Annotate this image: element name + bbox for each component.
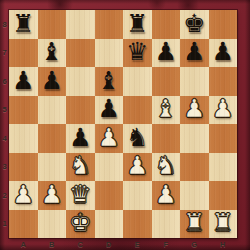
square-d7[interactable] [95, 39, 124, 68]
rank-label-6: 6 [0, 67, 9, 96]
square-a5[interactable] [9, 96, 38, 125]
square-e6[interactable] [123, 67, 152, 96]
file-label-f: F [152, 239, 181, 249]
white-pawn-h5[interactable]: ♟ [212, 96, 234, 121]
square-a1[interactable] [9, 210, 38, 239]
square-d4[interactable]: ♟ [95, 124, 124, 153]
square-a4[interactable] [9, 124, 38, 153]
black-pawn-f7[interactable]: ♟ [155, 39, 177, 64]
rank-label-8: 8 [0, 10, 9, 39]
square-g6[interactable] [180, 67, 209, 96]
white-knight-f3[interactable]: ♞ [155, 153, 177, 178]
square-h5[interactable]: ♟ [209, 96, 238, 125]
white-rook-g1[interactable]: ♜ [183, 210, 205, 235]
rank-label-7: 7 [0, 39, 9, 68]
white-pawn-a2[interactable]: ♟ [12, 182, 34, 207]
black-pawn-g7[interactable]: ♟ [183, 39, 205, 64]
square-d2[interactable] [95, 181, 124, 210]
black-bishop-b7[interactable]: ♝ [41, 39, 63, 64]
square-b1[interactable] [38, 210, 67, 239]
black-rook-a8[interactable]: ♜ [12, 11, 34, 36]
rank-label-3: 3 [0, 153, 9, 182]
square-c1[interactable]: ♚ [66, 210, 95, 239]
square-e2[interactable] [123, 181, 152, 210]
square-f8[interactable] [152, 10, 181, 39]
file-label-h: H [209, 239, 238, 249]
chessboard-photo: ♜♜♚♝♛♟♟♟♟♟♝♟♝♟♟♟♟♞♞♟♞♟♟♛♟♚♜♜ 87654321ABC… [0, 0, 250, 250]
square-g4[interactable] [180, 124, 209, 153]
black-pawn-a6[interactable]: ♟ [12, 68, 34, 93]
square-f5[interactable]: ♝ [152, 96, 181, 125]
square-b7[interactable]: ♝ [38, 39, 67, 68]
square-g2[interactable] [180, 181, 209, 210]
square-b6[interactable]: ♟ [38, 67, 67, 96]
square-c2[interactable]: ♛ [66, 181, 95, 210]
square-d6[interactable]: ♝ [95, 67, 124, 96]
square-c8[interactable] [66, 10, 95, 39]
square-e1[interactable] [123, 210, 152, 239]
black-knight-e4[interactable]: ♞ [126, 125, 148, 150]
square-g5[interactable]: ♟ [180, 96, 209, 125]
square-c4[interactable]: ♟ [66, 124, 95, 153]
white-pawn-d4[interactable]: ♟ [98, 125, 120, 150]
square-f1[interactable] [152, 210, 181, 239]
square-h7[interactable]: ♟ [209, 39, 238, 68]
file-label-b: B [38, 239, 67, 249]
square-f3[interactable]: ♞ [152, 153, 181, 182]
file-label-c: C [66, 239, 95, 249]
square-d5[interactable]: ♟ [95, 96, 124, 125]
black-bishop-d6[interactable]: ♝ [98, 68, 120, 93]
rank-label-4: 4 [0, 124, 9, 153]
rank-label-2: 2 [0, 181, 9, 210]
square-h3[interactable] [209, 153, 238, 182]
square-h4[interactable] [209, 124, 238, 153]
black-pawn-h7[interactable]: ♟ [212, 39, 234, 64]
square-c5[interactable] [66, 96, 95, 125]
square-c7[interactable] [66, 39, 95, 68]
black-rook-e8[interactable]: ♜ [126, 11, 148, 36]
square-e5[interactable] [123, 96, 152, 125]
square-b5[interactable] [38, 96, 67, 125]
square-g8[interactable]: ♚ [180, 10, 209, 39]
white-pawn-f2[interactable]: ♟ [155, 182, 177, 207]
file-label-g: G [180, 239, 209, 249]
black-pawn-c4[interactable]: ♟ [69, 125, 91, 150]
square-a3[interactable] [9, 153, 38, 182]
square-h2[interactable] [209, 181, 238, 210]
white-pawn-e3[interactable]: ♟ [126, 153, 148, 178]
square-g7[interactable]: ♟ [180, 39, 209, 68]
chess-board: ♜♜♚♝♛♟♟♟♟♟♝♟♝♟♟♟♟♞♞♟♞♟♟♛♟♚♜♜ [9, 10, 237, 238]
square-h6[interactable] [209, 67, 238, 96]
square-h1[interactable]: ♜ [209, 210, 238, 239]
black-king-g8[interactable]: ♚ [183, 11, 205, 36]
square-f7[interactable]: ♟ [152, 39, 181, 68]
square-c3[interactable]: ♞ [66, 153, 95, 182]
black-pawn-b6[interactable]: ♟ [41, 68, 63, 93]
file-label-e: E [123, 239, 152, 249]
square-f4[interactable] [152, 124, 181, 153]
square-a7[interactable] [9, 39, 38, 68]
square-d3[interactable] [95, 153, 124, 182]
square-b3[interactable] [38, 153, 67, 182]
rank-label-5: 5 [0, 96, 9, 125]
square-a8[interactable]: ♜ [9, 10, 38, 39]
square-a6[interactable]: ♟ [9, 67, 38, 96]
white-bishop-f5[interactable]: ♝ [155, 96, 177, 121]
square-c6[interactable] [66, 67, 95, 96]
square-f2[interactable]: ♟ [152, 181, 181, 210]
square-b2[interactable]: ♟ [38, 181, 67, 210]
square-d8[interactable] [95, 10, 124, 39]
file-label-d: D [95, 239, 124, 249]
square-e7[interactable]: ♛ [123, 39, 152, 68]
rank-label-1: 1 [0, 210, 9, 239]
square-g3[interactable] [180, 153, 209, 182]
square-b4[interactable] [38, 124, 67, 153]
square-h8[interactable] [209, 10, 238, 39]
black-pawn-d5[interactable]: ♟ [98, 96, 120, 121]
white-pawn-b2[interactable]: ♟ [41, 182, 63, 207]
white-queen-c2[interactable]: ♛ [69, 182, 91, 207]
square-e8[interactable]: ♜ [123, 10, 152, 39]
square-b8[interactable] [38, 10, 67, 39]
white-knight-c3[interactable]: ♞ [69, 153, 91, 178]
square-e4[interactable]: ♞ [123, 124, 152, 153]
square-f6[interactable] [152, 67, 181, 96]
white-king-c1[interactable]: ♚ [69, 210, 91, 235]
square-g1[interactable]: ♜ [180, 210, 209, 239]
white-pawn-g5[interactable]: ♟ [183, 96, 205, 121]
file-label-a: A [9, 239, 38, 249]
square-e3[interactable]: ♟ [123, 153, 152, 182]
white-rook-h1[interactable]: ♜ [212, 210, 234, 235]
black-queen-e7[interactable]: ♛ [126, 39, 148, 64]
square-d1[interactable] [95, 210, 124, 239]
square-a2[interactable]: ♟ [9, 181, 38, 210]
